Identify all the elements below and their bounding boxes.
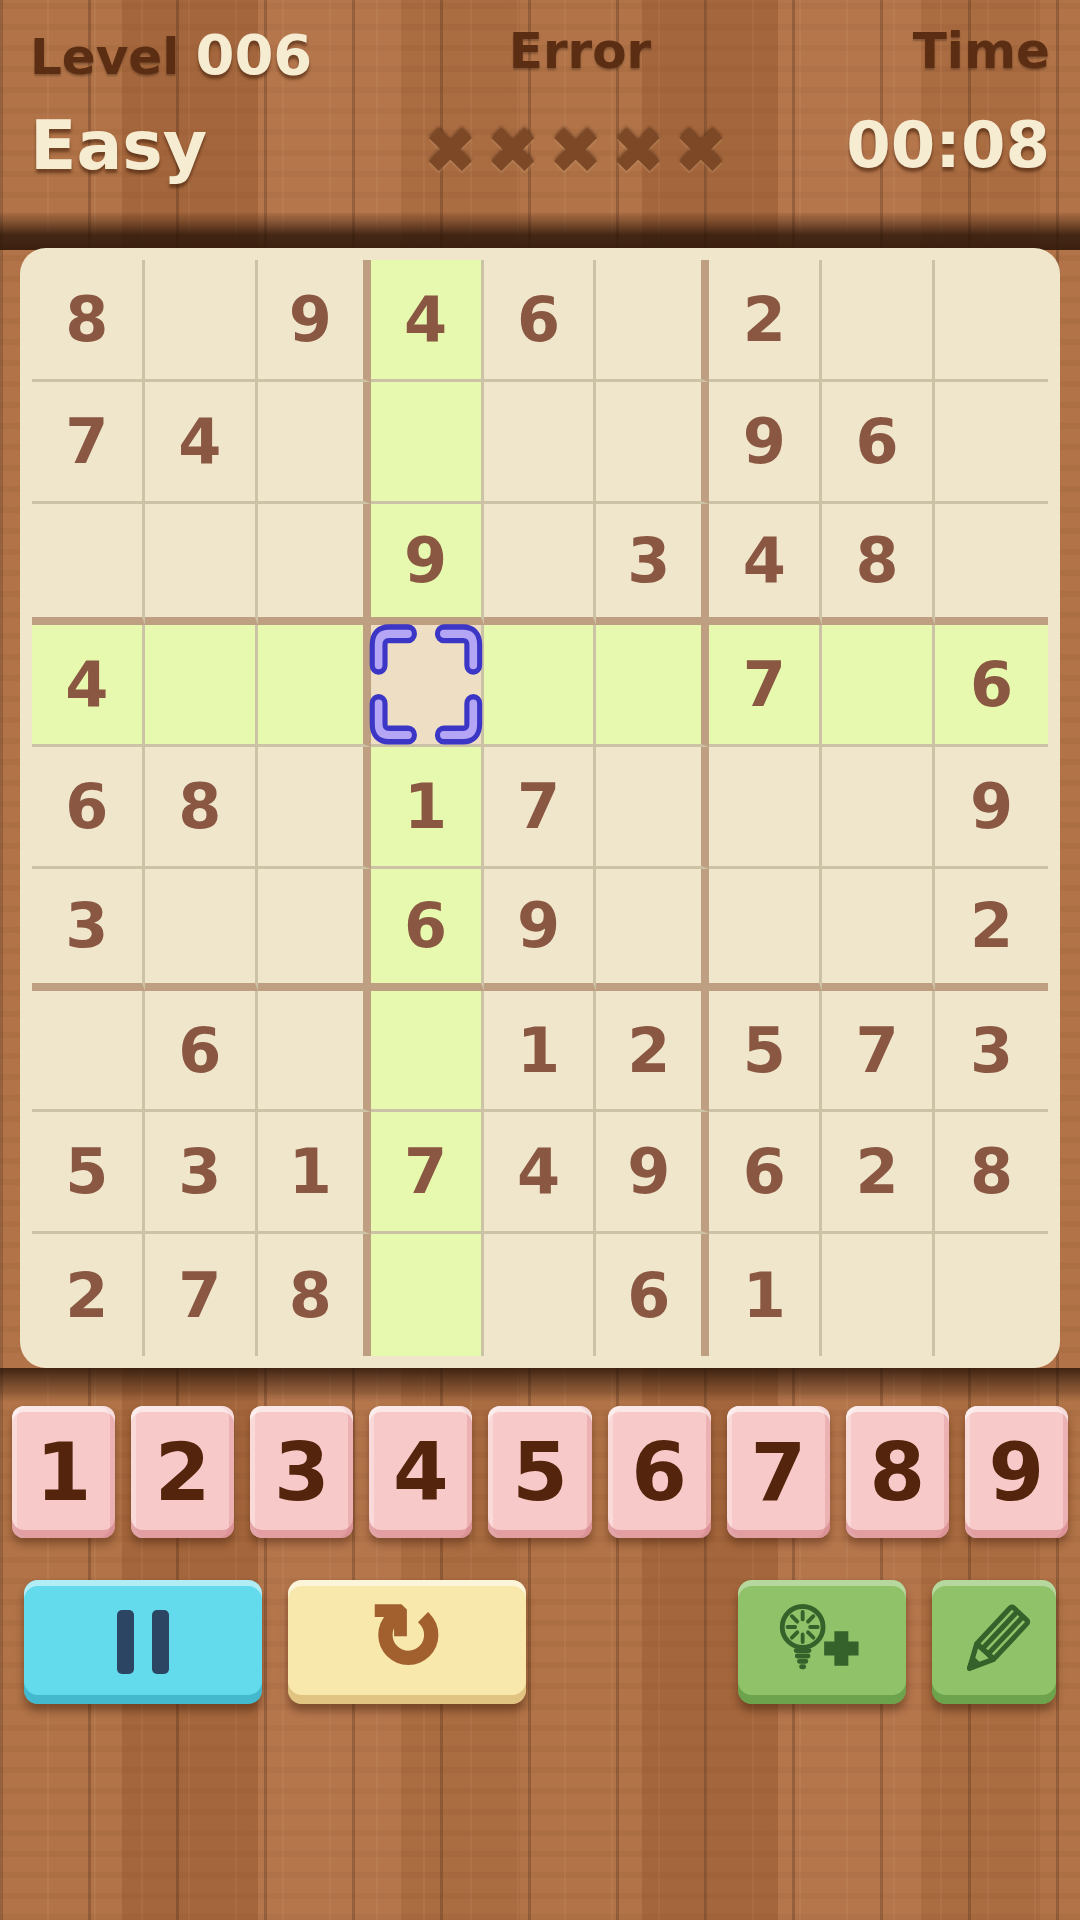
cell-r5c2[interactable]: 8 bbox=[145, 747, 258, 869]
cell-r1c1[interactable]: 8 bbox=[32, 260, 145, 382]
cell-r3c5[interactable] bbox=[484, 504, 597, 626]
cell-r6c6[interactable] bbox=[596, 869, 709, 991]
cell-r4c8[interactable] bbox=[822, 625, 935, 747]
cell-r2c4[interactable] bbox=[371, 382, 484, 504]
cell-r4c3[interactable] bbox=[258, 625, 371, 747]
cell-r7c1[interactable] bbox=[32, 991, 145, 1113]
cell-r8c4[interactable]: 7 bbox=[371, 1112, 484, 1234]
numpad-key-8[interactable]: 8 bbox=[846, 1406, 949, 1538]
cell-r8c6[interactable]: 9 bbox=[596, 1112, 709, 1234]
cell-r3c1[interactable] bbox=[32, 504, 145, 626]
cell-r6c3[interactable] bbox=[258, 869, 371, 991]
numpad-key-2[interactable]: 2 bbox=[131, 1406, 234, 1538]
cell-r4c9[interactable]: 6 bbox=[935, 625, 1048, 747]
cell-r5c8[interactable] bbox=[822, 747, 935, 869]
time-label: Time bbox=[913, 22, 1050, 80]
cell-r1c4[interactable]: 4 bbox=[371, 260, 484, 382]
cell-r9c6[interactable]: 6 bbox=[596, 1234, 709, 1356]
cell-r6c5[interactable]: 9 bbox=[484, 869, 597, 991]
restart-button[interactable]: ↻ bbox=[288, 1580, 526, 1704]
sudoku-grid: 8946274969348476681793692612573531749628… bbox=[32, 260, 1048, 1356]
error-label: Error bbox=[509, 22, 651, 80]
time-value: 00:08 bbox=[770, 108, 1050, 182]
cell-r8c9[interactable]: 8 bbox=[935, 1112, 1048, 1234]
error-x-icon: ✖ bbox=[674, 114, 737, 188]
cell-r1c9[interactable] bbox=[935, 260, 1048, 382]
sudoku-game-screen: Level 006 Easy Error ✖✖✖✖✖ Time 00:08 89… bbox=[0, 0, 1080, 1920]
level-value: 006 bbox=[195, 22, 312, 87]
cell-r7c7[interactable]: 5 bbox=[709, 991, 822, 1113]
cell-r7c8[interactable]: 7 bbox=[822, 991, 935, 1113]
cell-r5c4[interactable]: 1 bbox=[371, 747, 484, 869]
pause-icon bbox=[152, 1610, 169, 1674]
restart-icon: ↻ bbox=[370, 1593, 444, 1681]
cell-r8c3[interactable]: 1 bbox=[258, 1112, 371, 1234]
cell-r5c7[interactable] bbox=[709, 747, 822, 869]
cell-r6c9[interactable]: 2 bbox=[935, 869, 1048, 991]
cell-r1c5[interactable]: 6 bbox=[484, 260, 597, 382]
cell-r3c9[interactable] bbox=[935, 504, 1048, 626]
cell-r1c8[interactable] bbox=[822, 260, 935, 382]
cell-r8c2[interactable]: 3 bbox=[145, 1112, 258, 1234]
numpad: 123456789 bbox=[0, 1406, 1080, 1538]
cell-r8c7[interactable]: 6 bbox=[709, 1112, 822, 1234]
cell-r9c5[interactable] bbox=[484, 1234, 597, 1356]
cell-r1c2[interactable] bbox=[145, 260, 258, 382]
cell-r3c8[interactable]: 8 bbox=[822, 504, 935, 626]
cell-r3c6[interactable]: 3 bbox=[596, 504, 709, 626]
sudoku-board: 8946274969348476681793692612573531749628… bbox=[20, 248, 1060, 1368]
cell-r6c4[interactable]: 6 bbox=[371, 869, 484, 991]
selection-brackets bbox=[362, 616, 490, 753]
cell-r6c1[interactable]: 3 bbox=[32, 869, 145, 991]
cell-r7c3[interactable] bbox=[258, 991, 371, 1113]
error-x-icon: ✖ bbox=[549, 114, 612, 188]
error-x-icon: ✖ bbox=[486, 114, 549, 188]
cell-r2c1[interactable]: 7 bbox=[32, 382, 145, 504]
cell-r1c6[interactable] bbox=[596, 260, 709, 382]
cell-r8c1[interactable]: 5 bbox=[32, 1112, 145, 1234]
cell-r4c1[interactable]: 4 bbox=[32, 625, 145, 747]
cell-r7c5[interactable]: 1 bbox=[484, 991, 597, 1113]
cell-r1c3[interactable]: 9 bbox=[258, 260, 371, 382]
numpad-key-1[interactable]: 1 bbox=[12, 1406, 115, 1538]
cell-r4c2[interactable] bbox=[145, 625, 258, 747]
level-label: Level bbox=[30, 28, 179, 86]
numpad-key-3[interactable]: 3 bbox=[250, 1406, 353, 1538]
time-block: Time 00:08 bbox=[770, 22, 1050, 182]
cell-r9c3[interactable]: 8 bbox=[258, 1234, 371, 1356]
cell-r2c8[interactable]: 6 bbox=[822, 382, 935, 504]
cell-r9c1[interactable]: 2 bbox=[32, 1234, 145, 1356]
cell-r7c2[interactable]: 6 bbox=[145, 991, 258, 1113]
pencil-icon bbox=[953, 1601, 1035, 1683]
cell-r9c4[interactable] bbox=[371, 1234, 484, 1356]
cell-r8c8[interactable]: 2 bbox=[822, 1112, 935, 1234]
error-block: Error ✖✖✖✖✖ bbox=[390, 22, 770, 188]
cell-r5c6[interactable] bbox=[596, 747, 709, 869]
level-block: Level 006 Easy bbox=[30, 22, 390, 185]
error-x-icon: ✖ bbox=[423, 114, 486, 188]
pause-button[interactable] bbox=[24, 1580, 262, 1704]
cell-r6c8[interactable] bbox=[822, 869, 935, 991]
cell-r4c5[interactable] bbox=[484, 625, 597, 747]
cell-r2c5[interactable] bbox=[484, 382, 597, 504]
cell-r4c4[interactable] bbox=[371, 625, 484, 747]
cell-r7c9[interactable]: 3 bbox=[935, 991, 1048, 1113]
cell-r8c5[interactable]: 4 bbox=[484, 1112, 597, 1234]
cell-r2c6[interactable] bbox=[596, 382, 709, 504]
cell-r2c2[interactable]: 4 bbox=[145, 382, 258, 504]
lightbulb-plus-icon bbox=[770, 1599, 874, 1685]
cell-r4c7[interactable]: 7 bbox=[709, 625, 822, 747]
cell-r3c7[interactable]: 4 bbox=[709, 504, 822, 626]
numpad-key-5[interactable]: 5 bbox=[488, 1406, 591, 1538]
numpad-key-7[interactable]: 7 bbox=[727, 1406, 830, 1538]
pause-icon bbox=[117, 1610, 134, 1674]
cell-r2c7[interactable]: 9 bbox=[709, 382, 822, 504]
error-x-icon: ✖ bbox=[611, 114, 674, 188]
controls-bar: ↻ bbox=[0, 1580, 1080, 1704]
cell-r5c5[interactable]: 7 bbox=[484, 747, 597, 869]
cell-r7c4[interactable] bbox=[371, 991, 484, 1113]
controls-left: ↻ bbox=[24, 1580, 526, 1704]
cell-r5c9[interactable]: 9 bbox=[935, 747, 1048, 869]
cell-r2c3[interactable] bbox=[258, 382, 371, 504]
cell-r4c6[interactable] bbox=[596, 625, 709, 747]
error-marks: ✖✖✖✖✖ bbox=[390, 114, 770, 188]
cell-r5c3[interactable] bbox=[258, 747, 371, 869]
pencil-button[interactable] bbox=[932, 1580, 1056, 1704]
header: Level 006 Easy Error ✖✖✖✖✖ Time 00:08 bbox=[0, 0, 1080, 188]
numpad-key-9[interactable]: 9 bbox=[965, 1406, 1068, 1538]
cell-r6c7[interactable] bbox=[709, 869, 822, 991]
cell-r9c2[interactable]: 7 bbox=[145, 1234, 258, 1356]
cell-r3c3[interactable] bbox=[258, 504, 371, 626]
cell-r9c8[interactable] bbox=[822, 1234, 935, 1356]
difficulty-label: Easy bbox=[30, 106, 390, 185]
numpad-key-6[interactable]: 6 bbox=[608, 1406, 711, 1538]
cell-r7c6[interactable]: 2 bbox=[596, 991, 709, 1113]
cell-r5c1[interactable]: 6 bbox=[32, 747, 145, 869]
board-area: 8946274969348476681793692612573531749628… bbox=[20, 248, 1060, 1368]
numpad-key-4[interactable]: 4 bbox=[369, 1406, 472, 1538]
cell-r2c9[interactable] bbox=[935, 382, 1048, 504]
cell-r3c2[interactable] bbox=[145, 504, 258, 626]
cell-r6c2[interactable] bbox=[145, 869, 258, 991]
cell-r9c9[interactable] bbox=[935, 1234, 1048, 1356]
cell-r1c7[interactable]: 2 bbox=[709, 260, 822, 382]
controls-right bbox=[738, 1580, 1056, 1704]
cell-r9c7[interactable]: 1 bbox=[709, 1234, 822, 1356]
cell-r3c4[interactable]: 9 bbox=[371, 504, 484, 626]
hint-button[interactable] bbox=[738, 1580, 906, 1704]
